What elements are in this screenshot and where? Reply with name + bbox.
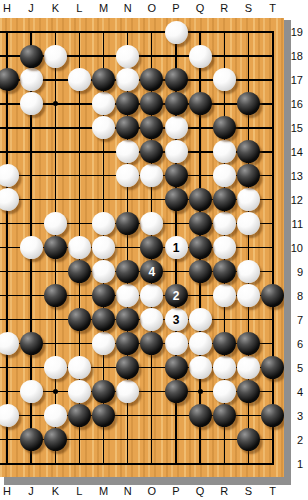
stone-n14 xyxy=(116,140,139,163)
stone-s13 xyxy=(237,164,260,187)
stone-m6 xyxy=(92,332,115,355)
stone-l4 xyxy=(68,380,91,403)
top-column-label-r: R xyxy=(212,1,236,15)
stone-k11 xyxy=(44,212,67,235)
stone-n16 xyxy=(116,92,139,115)
top-column-label-s: S xyxy=(236,1,260,15)
stone-p10-move-1: 1 xyxy=(165,236,188,259)
stone-n8 xyxy=(116,284,139,307)
row-label-9: 9 xyxy=(279,265,303,279)
stone-o17 xyxy=(140,68,163,91)
stone-j2 xyxy=(20,428,43,451)
row-label-14: 14 xyxy=(279,145,303,159)
stone-o16 xyxy=(140,92,163,115)
stone-p12 xyxy=(165,188,188,211)
stone-o14 xyxy=(140,140,163,163)
grid-hline xyxy=(0,463,274,465)
stone-l17 xyxy=(68,68,91,91)
stone-j17 xyxy=(20,68,43,91)
stone-m17 xyxy=(92,68,115,91)
row-label-3: 3 xyxy=(279,409,303,423)
stone-r13 xyxy=(213,164,236,187)
stone-s12 xyxy=(237,188,260,211)
stone-h3 xyxy=(0,404,19,427)
row-label-5: 5 xyxy=(279,361,303,375)
stone-j10 xyxy=(20,236,43,259)
stone-h13 xyxy=(0,164,19,187)
stone-k18 xyxy=(44,45,67,68)
stone-q11 xyxy=(189,212,212,235)
stone-m16 xyxy=(92,92,115,115)
bottom-column-label-s: S xyxy=(236,484,260,498)
stone-p13 xyxy=(165,164,188,187)
row-label-18: 18 xyxy=(279,49,303,63)
stone-o13 xyxy=(140,164,163,187)
bottom-column-label-o: O xyxy=(140,484,164,498)
row-label-11: 11 xyxy=(279,217,303,231)
stone-r5 xyxy=(213,356,236,379)
top-column-label-p: P xyxy=(164,1,188,15)
stone-o15 xyxy=(140,116,163,139)
bottom-column-label-l: L xyxy=(67,484,91,498)
stone-p19 xyxy=(165,21,188,44)
stone-q18 xyxy=(189,45,212,68)
top-column-label-q: Q xyxy=(188,1,212,15)
bottom-column-label-m: M xyxy=(92,484,116,498)
stone-h12 xyxy=(0,188,19,211)
stone-q5 xyxy=(189,356,212,379)
stone-p17 xyxy=(165,68,188,91)
row-label-19: 19 xyxy=(279,25,303,39)
stone-m11 xyxy=(92,212,115,235)
row-label-8: 8 xyxy=(279,289,303,303)
stone-k3 xyxy=(44,404,67,427)
stone-m3 xyxy=(92,404,115,427)
stone-s16 xyxy=(237,92,260,115)
top-column-label-n: N xyxy=(116,1,140,15)
stone-m9 xyxy=(92,260,115,283)
stone-p14 xyxy=(165,140,188,163)
stone-r17 xyxy=(213,68,236,91)
stone-r9 xyxy=(213,260,236,283)
stone-p15 xyxy=(165,116,188,139)
stone-s8 xyxy=(237,284,260,307)
bottom-column-label-k: K xyxy=(43,484,67,498)
stone-l5 xyxy=(68,356,91,379)
stone-n15 xyxy=(116,116,139,139)
go-board[interactable]: 1342 xyxy=(0,18,284,477)
stone-n5 xyxy=(116,356,139,379)
stone-k2 xyxy=(44,428,67,451)
stone-r11 xyxy=(213,212,236,235)
stone-o9-move-4: 4 xyxy=(140,260,163,283)
stone-s2 xyxy=(237,428,260,451)
stone-l9 xyxy=(68,260,91,283)
star-point xyxy=(53,101,58,106)
stone-r10 xyxy=(213,236,236,259)
stone-r15 xyxy=(213,116,236,139)
stone-q7 xyxy=(189,308,212,331)
row-label-7: 7 xyxy=(279,313,303,327)
stone-k10 xyxy=(44,236,67,259)
grid-vline xyxy=(272,31,274,465)
stone-o8 xyxy=(140,284,163,307)
stone-m15 xyxy=(92,116,115,139)
stone-n18 xyxy=(116,45,139,68)
stone-o7 xyxy=(140,308,163,331)
top-column-label-h: H xyxy=(0,1,19,15)
stone-p5 xyxy=(165,356,188,379)
row-label-4: 4 xyxy=(279,385,303,399)
stone-l10 xyxy=(68,236,91,259)
stone-j16 xyxy=(20,92,43,115)
row-label-1: 1 xyxy=(279,457,303,471)
stone-p8-move-2: 2 xyxy=(165,284,188,307)
top-column-label-m: M xyxy=(92,1,116,15)
stone-j18 xyxy=(20,45,43,68)
stone-r12 xyxy=(213,188,236,211)
stone-s14 xyxy=(237,140,260,163)
stone-s9 xyxy=(237,260,260,283)
stone-r4 xyxy=(213,380,236,403)
stone-s5 xyxy=(237,356,260,379)
grid-hline xyxy=(0,31,274,33)
row-label-12: 12 xyxy=(279,193,303,207)
row-label-15: 15 xyxy=(279,121,303,135)
bottom-column-label-r: R xyxy=(212,484,236,498)
stone-m4 xyxy=(92,380,115,403)
stone-q6 xyxy=(189,332,212,355)
stone-p16 xyxy=(165,92,188,115)
top-column-label-l: L xyxy=(67,1,91,15)
bottom-column-label-h: H xyxy=(0,484,19,498)
stone-r8 xyxy=(213,284,236,307)
bottom-column-label-p: P xyxy=(164,484,188,498)
stone-r6 xyxy=(213,332,236,355)
star-point xyxy=(53,389,58,394)
stone-n4 xyxy=(116,380,139,403)
top-column-label-t: T xyxy=(261,1,285,15)
bottom-column-label-t: T xyxy=(261,484,285,498)
stone-o11 xyxy=(140,212,163,235)
stone-h17 xyxy=(0,68,19,91)
stone-n13 xyxy=(116,164,139,187)
stone-n9 xyxy=(116,260,139,283)
top-column-label-o: O xyxy=(140,1,164,15)
stone-r14 xyxy=(213,140,236,163)
row-label-17: 17 xyxy=(279,73,303,87)
stone-n6 xyxy=(116,332,139,355)
row-label-2: 2 xyxy=(279,433,303,447)
top-column-label-k: K xyxy=(43,1,67,15)
stone-j4 xyxy=(20,380,43,403)
star-point xyxy=(198,389,203,394)
stone-o6 xyxy=(140,332,163,355)
row-label-16: 16 xyxy=(279,97,303,111)
stone-m10 xyxy=(92,236,115,259)
stone-l7 xyxy=(68,308,91,331)
top-column-label-j: J xyxy=(19,1,43,15)
bottom-column-label-j: J xyxy=(19,484,43,498)
stone-s4 xyxy=(237,380,260,403)
stone-m7 xyxy=(92,308,115,331)
stone-s11 xyxy=(237,212,260,235)
bottom-column-label-q: Q xyxy=(188,484,212,498)
row-label-13: 13 xyxy=(279,169,303,183)
stone-q3 xyxy=(189,404,212,427)
go-diagram-page: 1342 HHJJKKLLMMNNOOPPQQRRSSTT19181716151… xyxy=(0,0,308,500)
stone-j6 xyxy=(20,332,43,355)
stone-p4 xyxy=(165,380,188,403)
stone-s6 xyxy=(237,332,260,355)
stone-p6 xyxy=(165,332,188,355)
grid-vline xyxy=(6,31,7,465)
stone-k5 xyxy=(44,356,67,379)
stone-q9 xyxy=(189,260,212,283)
stone-h6 xyxy=(0,332,19,355)
stone-n7 xyxy=(116,308,139,331)
stone-n11 xyxy=(116,212,139,235)
stone-r3 xyxy=(213,404,236,427)
row-label-10: 10 xyxy=(279,241,303,255)
stone-l3 xyxy=(68,404,91,427)
stone-o10 xyxy=(140,236,163,259)
bottom-column-label-n: N xyxy=(116,484,140,498)
stone-q16 xyxy=(189,92,212,115)
stone-k8 xyxy=(44,284,67,307)
stone-q10 xyxy=(189,236,212,259)
stone-n17 xyxy=(116,68,139,91)
stone-m8 xyxy=(92,284,115,307)
stone-q12 xyxy=(189,188,212,211)
row-label-6: 6 xyxy=(279,337,303,351)
stone-p7-move-3: 3 xyxy=(165,308,188,331)
